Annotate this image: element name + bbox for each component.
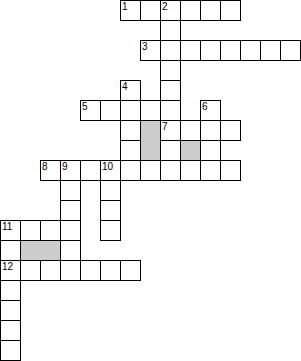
shaded-cell[interactable]	[20, 240, 61, 261]
crossword-cell[interactable]	[40, 260, 61, 281]
crossword-cell[interactable]	[120, 0, 141, 21]
crossword-cell[interactable]	[160, 40, 181, 61]
crossword-cell[interactable]	[220, 160, 241, 181]
crossword-cell[interactable]	[160, 160, 181, 181]
crossword-cell[interactable]	[60, 200, 81, 221]
crossword-cell[interactable]	[120, 160, 141, 181]
crossword-cell[interactable]	[0, 300, 21, 321]
crossword-cell[interactable]	[160, 20, 181, 41]
crossword-cell[interactable]	[200, 100, 221, 121]
crossword-cell[interactable]	[100, 260, 121, 281]
shaded-cell[interactable]	[140, 120, 161, 161]
crossword-cell[interactable]	[120, 120, 141, 141]
crossword-cell[interactable]	[180, 40, 201, 61]
crossword-cell[interactable]	[200, 140, 221, 161]
crossword-cell[interactable]	[200, 160, 221, 181]
crossword-cell[interactable]	[180, 120, 201, 141]
crossword-cell[interactable]	[20, 220, 41, 241]
crossword-cell[interactable]	[220, 120, 241, 141]
crossword-cell[interactable]	[100, 160, 121, 181]
crossword-cell[interactable]	[280, 40, 301, 61]
crossword-cell[interactable]	[0, 260, 21, 281]
crossword-cell[interactable]	[60, 260, 81, 281]
crossword-cell[interactable]	[40, 160, 61, 181]
crossword-cell[interactable]	[160, 140, 181, 161]
crossword-cell[interactable]	[100, 100, 121, 121]
shaded-cell[interactable]	[180, 140, 201, 161]
crossword-cell[interactable]	[60, 220, 81, 241]
crossword-cell[interactable]	[0, 320, 21, 341]
crossword-cell[interactable]	[200, 40, 221, 61]
crossword-cell[interactable]	[60, 240, 81, 261]
crossword-cell[interactable]	[140, 160, 161, 181]
crossword-cell[interactable]	[260, 40, 281, 61]
crossword-cell[interactable]	[100, 200, 121, 221]
crossword-cell[interactable]	[120, 140, 141, 161]
crossword-cell[interactable]	[160, 0, 181, 21]
crossword-cell[interactable]	[120, 100, 141, 121]
crossword-cell[interactable]	[200, 0, 221, 21]
crossword-cell[interactable]	[80, 160, 101, 181]
crossword-cell[interactable]	[100, 180, 121, 201]
crossword-cell[interactable]	[60, 160, 81, 181]
crossword-cell[interactable]	[20, 260, 41, 281]
crossword-cell[interactable]	[80, 260, 101, 281]
crossword-cell[interactable]	[120, 80, 141, 101]
crossword-cell[interactable]	[0, 220, 21, 241]
crossword-cell[interactable]	[200, 120, 221, 141]
crossword-cell[interactable]	[100, 220, 121, 241]
crossword-cell[interactable]	[140, 0, 161, 21]
crossword-cell[interactable]	[160, 120, 181, 141]
crossword-cell[interactable]	[160, 60, 181, 81]
crossword-cell[interactable]	[160, 80, 181, 101]
crossword-cell[interactable]	[140, 40, 161, 61]
crossword-cell[interactable]	[0, 340, 21, 361]
crossword-cell[interactable]	[180, 160, 201, 181]
crossword-cell[interactable]	[220, 0, 241, 21]
crossword-cell[interactable]	[120, 260, 141, 281]
crossword-board: 123456789101112	[0, 0, 301, 361]
crossword-cell[interactable]	[160, 100, 181, 121]
crossword-cell[interactable]	[220, 40, 241, 61]
crossword-cell[interactable]	[140, 100, 161, 121]
crossword-cell[interactable]	[40, 220, 61, 241]
crossword-cell[interactable]	[0, 240, 21, 261]
crossword-cell[interactable]	[180, 0, 201, 21]
crossword-cell[interactable]	[80, 100, 101, 121]
crossword-cell[interactable]	[240, 40, 261, 61]
crossword-cell[interactable]	[0, 280, 21, 301]
crossword-cell[interactable]	[60, 180, 81, 201]
